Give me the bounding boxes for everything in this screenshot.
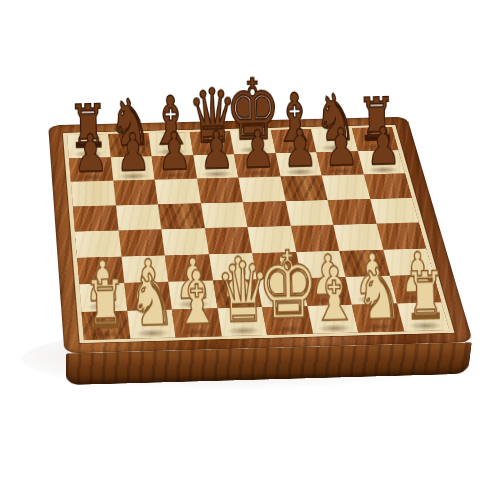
square-a1[interactable]: ♜ xyxy=(82,310,130,340)
playing-area-inlay-border: ♜♞♝♛♚♝♞♜♟♟♟♟♟♟♟♟♟♟♟♟♟♟♟♟♜♞♝♛♚♝♞♜ xyxy=(63,125,455,343)
piece-white-rook[interactable]: ♜ xyxy=(83,271,128,338)
square-c1[interactable]: ♝ xyxy=(172,308,222,338)
chess-board: ♜♞♝♛♚♝♞♜♟♟♟♟♟♟♟♟♟♟♟♟♟♟♟♟♜♞♝♛♚♝♞♜ xyxy=(48,117,473,354)
square-c7[interactable]: ♟ xyxy=(152,155,197,180)
square-f6[interactable] xyxy=(280,176,327,201)
square-c5[interactable] xyxy=(158,203,204,229)
square-h7[interactable]: ♟ xyxy=(357,150,405,175)
square-d6[interactable] xyxy=(197,178,243,203)
square-d7[interactable]: ♟ xyxy=(193,154,239,179)
piece-black-pawn[interactable]: ♟ xyxy=(240,123,275,176)
square-b5[interactable] xyxy=(115,204,161,230)
piece-white-knight[interactable]: ♞ xyxy=(127,264,176,337)
piece-white-knight[interactable]: ♞ xyxy=(355,258,404,330)
square-c6[interactable] xyxy=(155,179,201,204)
board-grid: ♜♞♝♛♚♝♞♜♟♟♟♟♟♟♟♟♟♟♟♟♟♟♟♟♜♞♝♛♚♝♞♜ xyxy=(67,127,449,340)
square-h1[interactable]: ♜ xyxy=(397,302,450,331)
square-h5[interactable] xyxy=(370,198,419,224)
square-f5[interactable] xyxy=(285,200,333,226)
piece-white-bishop[interactable]: ♝ xyxy=(309,257,359,332)
square-d5[interactable] xyxy=(200,202,247,228)
square-g1[interactable]: ♞ xyxy=(352,303,404,332)
piece-black-pawn[interactable]: ♟ xyxy=(282,122,317,174)
square-b1[interactable]: ♞ xyxy=(127,309,176,339)
square-b6[interactable] xyxy=(113,180,158,205)
square-g7[interactable]: ♟ xyxy=(316,151,363,176)
square-f7[interactable]: ♟ xyxy=(275,152,322,177)
square-a5[interactable] xyxy=(73,205,118,231)
piece-white-rook[interactable]: ♜ xyxy=(403,263,448,330)
square-e6[interactable] xyxy=(238,177,285,202)
square-b7[interactable]: ♟ xyxy=(110,156,154,181)
piece-black-pawn[interactable]: ♟ xyxy=(73,127,109,180)
piece-black-pawn[interactable]: ♟ xyxy=(157,125,193,178)
piece-black-pawn[interactable]: ♟ xyxy=(199,124,234,177)
square-e5[interactable] xyxy=(243,201,291,227)
photo-scene: ♜♞♝♛♚♝♞♜♟♟♟♟♟♟♟♟♟♟♟♟♟♟♟♟♜♞♝♛♚♝♞♜ xyxy=(0,0,500,500)
square-e1[interactable]: ♚ xyxy=(262,306,313,335)
piece-black-pawn[interactable]: ♟ xyxy=(115,126,151,179)
square-g6[interactable] xyxy=(322,175,370,200)
square-e7[interactable]: ♟ xyxy=(234,153,280,178)
board-frame: ♜♞♝♛♚♝♞♜♟♟♟♟♟♟♟♟♟♟♟♟♟♟♟♟♜♞♝♛♚♝♞♜ xyxy=(48,117,473,354)
square-f1[interactable]: ♝ xyxy=(307,304,358,333)
piece-black-pawn[interactable]: ♟ xyxy=(365,120,400,172)
piece-black-pawn[interactable]: ♟ xyxy=(324,121,359,173)
square-a6[interactable] xyxy=(71,181,116,207)
square-g5[interactable] xyxy=(327,199,376,225)
square-h6[interactable] xyxy=(363,173,411,198)
square-a7[interactable]: ♟ xyxy=(69,157,113,182)
